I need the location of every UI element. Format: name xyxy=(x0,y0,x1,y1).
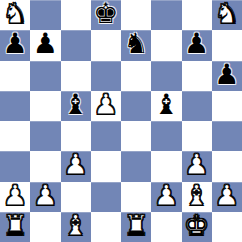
square-e8[interactable] xyxy=(121,0,151,30)
piece-white-king-g1: ♚ xyxy=(184,212,209,241)
square-h4[interactable] xyxy=(212,121,242,151)
square-f5[interactable]: ♝ xyxy=(151,91,181,121)
square-a8[interactable]: ♞ xyxy=(0,0,30,30)
square-b8[interactable] xyxy=(30,0,60,30)
piece-white-pawn-b2: ♟ xyxy=(33,182,58,211)
piece-white-pawn-f2: ♟ xyxy=(154,182,179,211)
piece-white-pawn-d5: ♟ xyxy=(93,91,118,120)
piece-white-pawn-g3: ♟ xyxy=(184,151,209,180)
square-f7[interactable] xyxy=(151,30,181,60)
square-e6[interactable] xyxy=(121,61,151,91)
square-e7[interactable]: ♞ xyxy=(121,30,151,60)
piece-black-bishop-c5: ♝ xyxy=(63,91,88,120)
square-a3[interactable] xyxy=(0,151,30,181)
square-g3[interactable]: ♟ xyxy=(182,151,212,181)
square-c8[interactable] xyxy=(61,0,91,30)
piece-black-king-d8: ♚ xyxy=(93,0,118,29)
square-d2[interactable] xyxy=(91,182,121,212)
square-b6[interactable] xyxy=(30,61,60,91)
square-e4[interactable] xyxy=(121,121,151,151)
square-h7[interactable] xyxy=(212,30,242,60)
piece-black-knight-e7: ♞ xyxy=(124,30,149,59)
square-e1[interactable]: ♜ xyxy=(121,212,151,242)
piece-black-pawn-a7: ♟ xyxy=(3,30,28,59)
square-h5[interactable] xyxy=(212,91,242,121)
square-a1[interactable]: ♜ xyxy=(0,212,30,242)
piece-white-knight-h8: ♞ xyxy=(214,0,239,29)
square-g6[interactable] xyxy=(182,61,212,91)
square-b4[interactable] xyxy=(30,121,60,151)
piece-white-pawn-a2: ♟ xyxy=(3,182,28,211)
square-b2[interactable]: ♟ xyxy=(30,182,60,212)
piece-black-pawn-h6: ♟ xyxy=(214,61,239,90)
square-a6[interactable] xyxy=(0,61,30,91)
square-c4[interactable] xyxy=(61,121,91,151)
square-g5[interactable] xyxy=(182,91,212,121)
square-a4[interactable] xyxy=(0,121,30,151)
square-g4[interactable] xyxy=(182,121,212,151)
square-h2[interactable]: ♟ xyxy=(212,182,242,212)
square-b7[interactable]: ♟ xyxy=(30,30,60,60)
piece-white-rook-e1: ♜ xyxy=(124,212,149,241)
square-c3[interactable]: ♟ xyxy=(61,151,91,181)
square-g1[interactable]: ♚ xyxy=(182,212,212,242)
square-d5[interactable]: ♟ xyxy=(91,91,121,121)
square-g8[interactable] xyxy=(182,0,212,30)
square-b3[interactable] xyxy=(30,151,60,181)
square-h6[interactable]: ♟ xyxy=(212,61,242,91)
square-b5[interactable] xyxy=(30,91,60,121)
square-e5[interactable] xyxy=(121,91,151,121)
square-e3[interactable] xyxy=(121,151,151,181)
piece-white-bishop-g2: ♝ xyxy=(184,182,209,211)
square-c1[interactable]: ♝ xyxy=(61,212,91,242)
square-h1[interactable] xyxy=(212,212,242,242)
square-d8[interactable]: ♚ xyxy=(91,0,121,30)
square-d4[interactable] xyxy=(91,121,121,151)
piece-white-rook-a1: ♜ xyxy=(3,212,28,241)
square-a5[interactable] xyxy=(0,91,30,121)
square-f1[interactable] xyxy=(151,212,181,242)
square-e2[interactable] xyxy=(121,182,151,212)
square-f6[interactable] xyxy=(151,61,181,91)
square-h8[interactable]: ♞ xyxy=(212,0,242,30)
square-d6[interactable] xyxy=(91,61,121,91)
square-c7[interactable] xyxy=(61,30,91,60)
square-a2[interactable]: ♟ xyxy=(0,182,30,212)
piece-black-bishop-f5: ♝ xyxy=(154,91,179,120)
square-g7[interactable]: ♟ xyxy=(182,30,212,60)
chess-board: ♞♚♞♟♟♞♟♟♝♟♝♟♟♟♟♟♝♟♜♝♜♚ xyxy=(0,0,242,242)
piece-black-pawn-g7: ♟ xyxy=(184,30,209,59)
square-a7[interactable]: ♟ xyxy=(0,30,30,60)
piece-white-bishop-c1: ♝ xyxy=(63,212,88,241)
square-f4[interactable] xyxy=(151,121,181,151)
piece-white-knight-a8: ♞ xyxy=(3,0,28,29)
square-f8[interactable] xyxy=(151,0,181,30)
square-g2[interactable]: ♝ xyxy=(182,182,212,212)
square-d7[interactable] xyxy=(91,30,121,60)
piece-white-pawn-h2: ♟ xyxy=(214,182,239,211)
square-d3[interactable] xyxy=(91,151,121,181)
square-f3[interactable] xyxy=(151,151,181,181)
square-b1[interactable] xyxy=(30,212,60,242)
square-c5[interactable]: ♝ xyxy=(61,91,91,121)
piece-black-pawn-b7: ♟ xyxy=(33,30,58,59)
square-c6[interactable] xyxy=(61,61,91,91)
piece-white-pawn-c3: ♟ xyxy=(63,151,88,180)
square-f2[interactable]: ♟ xyxy=(151,182,181,212)
square-d1[interactable] xyxy=(91,212,121,242)
square-h3[interactable] xyxy=(212,151,242,181)
square-c2[interactable] xyxy=(61,182,91,212)
